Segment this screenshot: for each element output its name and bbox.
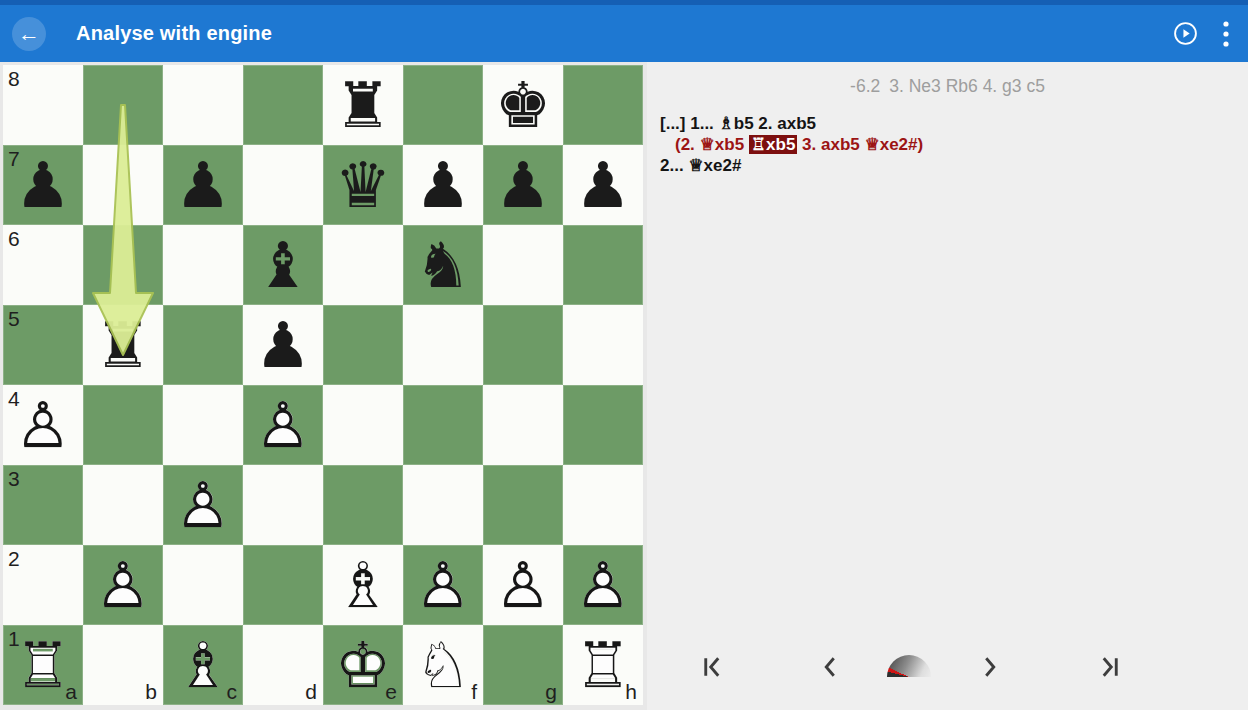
square-f2[interactable]: ♟♙ xyxy=(403,545,483,625)
square-a6[interactable]: 6 xyxy=(3,225,83,305)
square-c5[interactable] xyxy=(163,305,243,385)
first-move-button[interactable] xyxy=(690,645,734,689)
square-e6[interactable] xyxy=(323,225,403,305)
square-c1[interactable]: ♝♗c xyxy=(163,625,243,705)
black-pawn-piece: ♟ xyxy=(563,145,643,225)
board-frame: 8♜♚♟7♟♛♟♟♟6♝♞5♜♟♟♙4♟♙3♟♙2♟♙♝♗♟♙♟♙♟♙♜♖1ab… xyxy=(0,62,647,710)
square-g8[interactable]: ♚ xyxy=(483,65,563,145)
white-knight-piece: ♘ xyxy=(403,625,483,705)
evaluation-score: -6.2 xyxy=(850,76,880,96)
variation-post: 3. axb5 ♕xe2#) xyxy=(797,135,923,154)
last-move-button[interactable] xyxy=(1088,645,1132,689)
square-b6[interactable] xyxy=(83,225,163,305)
square-c4[interactable] xyxy=(163,385,243,465)
square-b5[interactable]: ♜ xyxy=(83,305,163,385)
square-h3[interactable] xyxy=(563,465,643,545)
move-line-variation[interactable]: (2. ♕xb5 ♖xb5 3. axb5 ♕xe2#) xyxy=(660,134,1238,155)
file-label-c: c xyxy=(227,681,238,702)
square-b4[interactable] xyxy=(83,385,163,465)
square-e2[interactable]: ♝♗ xyxy=(323,545,403,625)
square-f7[interactable]: ♟ xyxy=(403,145,483,225)
black-king-piece: ♚ xyxy=(483,65,563,145)
square-g7[interactable]: ♟ xyxy=(483,145,563,225)
current-move-highlight[interactable]: ♖xb5 xyxy=(749,135,798,154)
rank-label-4: 4 xyxy=(8,388,20,409)
file-label-e: e xyxy=(385,681,397,702)
square-h2[interactable]: ♟♙ xyxy=(563,545,643,625)
square-e1[interactable]: ♚♔e xyxy=(323,625,403,705)
rank-label-6: 6 xyxy=(8,228,20,249)
square-g3[interactable] xyxy=(483,465,563,545)
overflow-menu-icon[interactable] xyxy=(1222,20,1230,48)
square-d1[interactable]: d xyxy=(243,625,323,705)
square-f4[interactable] xyxy=(403,385,483,465)
white-bishop-piece: ♗ xyxy=(163,625,243,705)
chess-board[interactable]: 8♜♚♟7♟♛♟♟♟6♝♞5♜♟♟♙4♟♙3♟♙2♟♙♝♗♟♙♟♙♟♙♜♖1ab… xyxy=(3,65,643,705)
rank-label-7: 7 xyxy=(8,148,20,169)
square-f8[interactable] xyxy=(403,65,483,145)
square-a3[interactable]: 3 xyxy=(3,465,83,545)
square-b7[interactable] xyxy=(83,145,163,225)
square-c7[interactable]: ♟ xyxy=(163,145,243,225)
square-f1[interactable]: ♞♘f xyxy=(403,625,483,705)
engine-evaluation: -6.23. Ne3 Rb6 4. g3 c5 xyxy=(647,76,1248,97)
app-bar: ← Analyse with engine xyxy=(0,0,1248,62)
square-a4[interactable]: ♟♙4 xyxy=(3,385,83,465)
square-a7[interactable]: ♟7 xyxy=(3,145,83,225)
rank-label-5: 5 xyxy=(8,308,20,329)
black-knight-piece: ♞ xyxy=(403,225,483,305)
file-label-b: b xyxy=(145,681,157,702)
white-bishop-piece: ♗ xyxy=(323,545,403,625)
white-rook-piece: ♖ xyxy=(563,625,643,705)
square-e8[interactable]: ♜ xyxy=(323,65,403,145)
square-a5[interactable]: 5 xyxy=(3,305,83,385)
white-pawn-piece: ♙ xyxy=(163,465,243,545)
black-rook-piece: ♜ xyxy=(323,65,403,145)
principal-variation: 3. Ne3 Rb6 4. g3 c5 xyxy=(889,76,1045,96)
square-g5[interactable] xyxy=(483,305,563,385)
square-h8[interactable] xyxy=(563,65,643,145)
square-c2[interactable] xyxy=(163,545,243,625)
square-b3[interactable] xyxy=(83,465,163,545)
black-pawn-piece: ♟ xyxy=(3,145,83,225)
next-move-button[interactable] xyxy=(968,645,1012,689)
black-rook-piece: ♜ xyxy=(83,305,163,385)
square-c3[interactable]: ♟♙ xyxy=(163,465,243,545)
square-b8[interactable] xyxy=(83,65,163,145)
back-arrow-icon: ← xyxy=(18,23,40,45)
black-pawn-piece: ♟ xyxy=(163,145,243,225)
square-g4[interactable] xyxy=(483,385,563,465)
square-a1[interactable]: ♜♖1a xyxy=(3,625,83,705)
play-circle-icon[interactable] xyxy=(1173,21,1198,46)
navigation-bar xyxy=(647,630,1248,710)
black-pawn-piece: ♟ xyxy=(483,145,563,225)
file-label-d: d xyxy=(305,681,317,702)
square-d3[interactable] xyxy=(243,465,323,545)
square-d6[interactable]: ♝ xyxy=(243,225,323,305)
square-g6[interactable] xyxy=(483,225,563,305)
square-d8[interactable] xyxy=(243,65,323,145)
file-label-a: a xyxy=(65,681,77,702)
move-list: [...] 1... ♗b5 2. axb5 (2. ♕xb5 ♖xb5 3. … xyxy=(660,113,1238,176)
square-g2[interactable]: ♟♙ xyxy=(483,545,563,625)
white-pawn-piece: ♙ xyxy=(243,385,323,465)
square-h1[interactable]: ♜♖h xyxy=(563,625,643,705)
white-pawn-piece: ♙ xyxy=(563,545,643,625)
white-pawn-piece: ♙ xyxy=(83,545,163,625)
file-label-h: h xyxy=(625,681,637,702)
square-h4[interactable] xyxy=(563,385,643,465)
square-f3[interactable] xyxy=(403,465,483,545)
square-f6[interactable]: ♞ xyxy=(403,225,483,305)
square-h5[interactable] xyxy=(563,305,643,385)
square-a2[interactable]: 2 xyxy=(3,545,83,625)
square-b2[interactable]: ♟♙ xyxy=(83,545,163,625)
move-line-2[interactable]: 2... ♕xe2# xyxy=(660,155,1238,176)
white-pawn-piece: ♙ xyxy=(403,545,483,625)
square-f5[interactable] xyxy=(403,305,483,385)
square-e7[interactable]: ♛ xyxy=(323,145,403,225)
square-h6[interactable] xyxy=(563,225,643,305)
white-king-piece: ♔ xyxy=(323,625,403,705)
square-e5[interactable] xyxy=(323,305,403,385)
rank-label-2: 2 xyxy=(8,548,20,569)
rank-label-1: 1 xyxy=(8,628,20,649)
white-pawn-piece: ♙ xyxy=(483,545,563,625)
square-g1[interactable]: g xyxy=(483,625,563,705)
rank-label-3: 3 xyxy=(8,468,20,489)
black-pawn-piece: ♟ xyxy=(243,305,323,385)
white-pawn-piece: ♙ xyxy=(3,385,83,465)
square-c8[interactable] xyxy=(163,65,243,145)
page-title: Analyse with engine xyxy=(76,22,272,45)
variation-pre: (2. ♕xb5 xyxy=(675,135,749,154)
square-d4[interactable]: ♟♙ xyxy=(243,385,323,465)
square-d5[interactable]: ♟ xyxy=(243,305,323,385)
square-h7[interactable]: ♟ xyxy=(563,145,643,225)
analysis-panel: -6.23. Ne3 Rb6 4. g3 c5 [...] 1... ♗b5 2… xyxy=(647,62,1248,710)
square-e3[interactable] xyxy=(323,465,403,545)
square-c6[interactable] xyxy=(163,225,243,305)
move-line-1[interactable]: [...] 1... ♗b5 2. axb5 xyxy=(660,113,1238,134)
square-d7[interactable] xyxy=(243,145,323,225)
black-pawn-piece: ♟ xyxy=(403,145,483,225)
back-button[interactable]: ← xyxy=(12,17,46,51)
square-e4[interactable] xyxy=(323,385,403,465)
square-d2[interactable] xyxy=(243,545,323,625)
black-queen-piece: ♛ xyxy=(323,145,403,225)
black-bishop-piece: ♝ xyxy=(243,225,323,305)
file-label-f: f xyxy=(471,681,477,702)
square-a8[interactable]: 8 xyxy=(3,65,83,145)
square-b1[interactable]: b xyxy=(83,625,163,705)
rank-label-8: 8 xyxy=(8,68,20,89)
previous-move-button[interactable] xyxy=(808,645,852,689)
file-label-g: g xyxy=(545,681,557,702)
evaluation-gauge-icon xyxy=(887,655,931,677)
white-rook-piece: ♖ xyxy=(3,625,83,705)
